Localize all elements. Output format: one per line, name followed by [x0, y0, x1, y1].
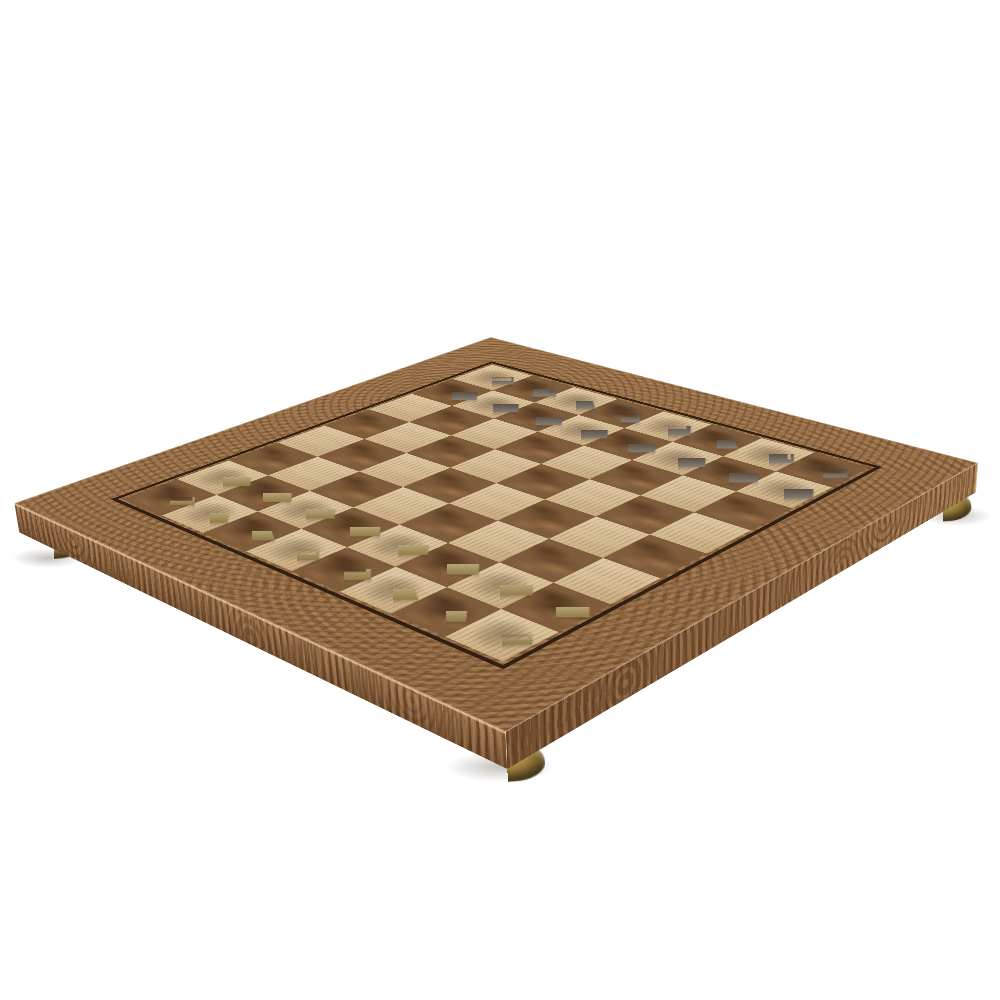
square-h4	[603, 535, 707, 579]
board-3d: ♜♞♟♝♟♛♟♚♟♝♟♞♟♟♜♟♟♜♟♟♞♟♝♟♛♟♚♟♝♟♞♜	[14, 337, 978, 732]
square-h5	[650, 512, 751, 553]
square-g5	[596, 495, 694, 534]
perspective-stage: ♜♞♟♝♟♛♟♚♟♝♟♞♟♟♜♟♟♜♟♟♞♟♝♟♛♟♚♟♝♟♞♜	[0, 0, 1000, 1000]
product-photo-scene: ♜♞♟♝♟♛♟♚♟♝♟♞♟♟♜♟♟♜♟♟♞♟♝♟♛♟♚♟♝♟♞♜	[0, 0, 1000, 1000]
